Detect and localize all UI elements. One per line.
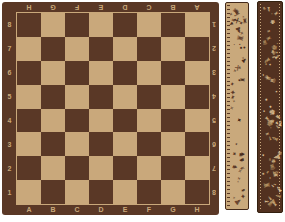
chess-pattern-glyph: ♜ xyxy=(230,93,236,99)
chess-pattern-glyph: • xyxy=(240,44,247,51)
rank-label: 6 xyxy=(2,61,17,85)
chess-pattern-glyph: • xyxy=(268,175,271,180)
file-label: F xyxy=(65,3,89,12)
chess-pattern-glyph: ♟ xyxy=(239,57,247,65)
ruler-ticks xyxy=(227,5,230,207)
square-d5[interactable] xyxy=(89,85,113,109)
chess-pattern-glyph: ✦ xyxy=(230,82,235,88)
file-labels-bottom: ABCDEFGH xyxy=(17,204,209,215)
chess-pattern-glyph: • xyxy=(272,51,278,56)
chess-pattern-glyph: ♛ xyxy=(266,201,273,208)
square-d8[interactable] xyxy=(89,13,113,37)
rank-labels-right: 87654321 xyxy=(209,13,219,204)
chess-pattern-glyph: × xyxy=(239,31,246,36)
file-label: B xyxy=(41,204,65,215)
chess-pattern-glyph: ♛ xyxy=(267,29,271,33)
chess-pattern-glyph: ♛ xyxy=(268,162,277,171)
chess-pattern-glyph: ♜ xyxy=(231,7,240,16)
square-b5[interactable] xyxy=(41,85,65,109)
square-d7[interactable] xyxy=(89,37,113,61)
chess-pattern-glyph: ♜ xyxy=(264,132,269,137)
square-e8[interactable] xyxy=(113,13,137,37)
chess-pattern-glyph: ✦ xyxy=(238,21,244,27)
square-d2[interactable] xyxy=(89,156,113,180)
chess-pattern-glyph: ♜ xyxy=(271,172,277,177)
square-a2[interactable] xyxy=(17,156,41,180)
chess-pattern-glyph: ♛ xyxy=(269,49,277,57)
chess-pattern-glyph: ✦ xyxy=(234,117,243,125)
file-label: B xyxy=(161,3,185,12)
file-label: E xyxy=(113,204,137,215)
chess-pattern-glyph: ✦ xyxy=(230,89,238,96)
chess-pattern-glyph: ♟ xyxy=(267,197,277,206)
square-g7[interactable] xyxy=(161,37,185,61)
chess-pattern-glyph: • xyxy=(232,14,237,17)
square-b1[interactable] xyxy=(41,180,65,204)
chess-pattern-glyph: • xyxy=(239,42,241,46)
chess-pattern-glyph: ♝ xyxy=(273,183,277,187)
rank-label: 5 xyxy=(2,85,17,109)
square-h7[interactable] xyxy=(185,37,209,61)
square-c6[interactable] xyxy=(65,61,89,85)
rank-label: 1 xyxy=(2,180,17,204)
square-f3[interactable] xyxy=(137,132,161,156)
chess-pattern-glyph: ♛ xyxy=(267,157,271,161)
chess-pattern-glyph: ▪ xyxy=(268,103,274,110)
square-e4[interactable] xyxy=(113,109,137,133)
chess-pattern-glyph: ♜ xyxy=(242,18,248,24)
chess-pattern-glyph: • xyxy=(237,77,242,84)
chess-pattern-glyph: ♞ xyxy=(239,167,244,171)
square-h3[interactable] xyxy=(185,132,209,156)
file-label: G xyxy=(41,3,65,12)
square-a3[interactable] xyxy=(17,132,41,156)
square-c8[interactable] xyxy=(65,13,89,37)
chess-pattern-glyph: × xyxy=(242,15,245,19)
square-g6[interactable] xyxy=(161,61,185,85)
chess-pattern-glyph: ✕ xyxy=(232,16,242,25)
chess-pattern-glyph: ▪ xyxy=(260,153,267,156)
square-e3[interactable] xyxy=(113,132,137,156)
chess-board: ABCDEFGH ABCDEFGH 87654321 87654321 xyxy=(2,2,219,215)
square-f7[interactable] xyxy=(137,37,161,61)
square-f2[interactable] xyxy=(137,156,161,180)
chess-pattern-glyph: • xyxy=(264,61,269,67)
chess-pattern-glyph: ♜ xyxy=(241,77,247,82)
chess-pattern-glyph: ♝ xyxy=(267,195,274,202)
chess-pattern-glyph: ♜ xyxy=(235,33,244,42)
chess-pattern-glyph: ▪ xyxy=(262,97,270,102)
chess-pattern-glyph: ♞ xyxy=(237,151,245,158)
rank-label: 2 xyxy=(209,37,219,61)
square-c3[interactable] xyxy=(65,132,89,156)
square-d4[interactable] xyxy=(89,109,113,133)
side-strip-dark-wood: ♝▪♛♟▪♝♚♞♝♝♛♛♝♞♚▪▪•♛♜♚••♛♚♝♝♜♞♛♛♚♝▪♝♛♛•♝♛… xyxy=(257,1,283,213)
chess-pattern-glyph: ♝ xyxy=(268,135,274,141)
chess-pattern-glyph: ♞ xyxy=(231,163,239,171)
rank-label: 2 xyxy=(2,156,17,180)
chess-pattern-glyph: ♝ xyxy=(262,55,273,66)
file-label: E xyxy=(89,3,113,12)
chess-pattern-glyph: ♜ xyxy=(230,18,235,23)
square-c5[interactable] xyxy=(65,85,89,109)
chess-pattern-glyph: ♛ xyxy=(261,38,268,45)
rank-label: 4 xyxy=(209,85,219,109)
rank-label: 8 xyxy=(2,13,17,37)
chess-pattern-glyph: × xyxy=(241,165,247,170)
chess-pattern-glyph: • xyxy=(275,41,278,45)
chess-pattern-glyph: • xyxy=(261,71,265,77)
chess-pattern-glyph: ♛ xyxy=(264,74,271,81)
file-label: F xyxy=(137,204,161,215)
square-h1[interactable] xyxy=(185,180,209,204)
chess-pattern-glyph: ▪ xyxy=(262,108,266,114)
chess-pattern-glyph: ♝ xyxy=(270,54,276,60)
chess-pattern-glyph: ✕ xyxy=(232,62,242,72)
chess-pattern-glyph: • xyxy=(234,42,236,46)
chess-pattern-glyph: • xyxy=(237,46,245,50)
chess-pattern-glyph: ♚ xyxy=(269,19,276,26)
square-g4[interactable] xyxy=(161,109,185,133)
file-labels-top: ABCDEFGH xyxy=(17,3,209,12)
chess-pattern-glyph: ♝ xyxy=(263,200,268,205)
rank-label: 3 xyxy=(2,132,17,156)
chess-pattern-glyph: ✦ xyxy=(240,192,247,200)
file-label: D xyxy=(89,204,113,215)
chess-pattern-glyph: ♞ xyxy=(274,113,282,121)
square-f5[interactable] xyxy=(137,85,161,109)
rank-labels-left: 87654321 xyxy=(2,13,17,204)
square-b7[interactable] xyxy=(41,37,65,61)
chess-pattern-glyph: ♞ xyxy=(240,157,246,162)
square-g1[interactable] xyxy=(161,180,185,204)
file-label: H xyxy=(17,3,41,12)
square-a1[interactable] xyxy=(17,180,41,204)
square-a8[interactable] xyxy=(17,13,41,37)
square-e7[interactable] xyxy=(113,37,137,61)
chess-pattern-glyph: ♚ xyxy=(267,107,277,117)
chess-pattern-glyph: ♟ xyxy=(273,153,282,161)
chess-pattern-glyph: • xyxy=(238,64,243,70)
chess-pattern-glyph: ♞ xyxy=(268,117,276,124)
board-grid xyxy=(17,13,209,204)
chess-pattern-glyph: ✦ xyxy=(239,188,245,194)
square-a6[interactable] xyxy=(17,61,41,85)
file-label: D xyxy=(113,3,137,12)
chess-pattern-glyph: + xyxy=(232,97,237,103)
rank-label: 7 xyxy=(2,37,17,61)
square-h2[interactable] xyxy=(185,156,209,180)
chess-pattern-glyph: × xyxy=(240,56,245,60)
square-a5[interactable] xyxy=(17,85,41,109)
chess-pattern-glyph: ♛ xyxy=(262,5,267,11)
rank-label: 7 xyxy=(209,156,219,180)
chess-pattern-glyph: ♝ xyxy=(270,183,275,188)
chess-pattern-glyph: + xyxy=(232,67,237,74)
chess-pattern-glyph: ▪ xyxy=(269,128,273,130)
chess-pattern-glyph: ♚ xyxy=(264,118,274,128)
square-h4[interactable] xyxy=(185,109,209,133)
rank-label: 6 xyxy=(209,132,219,156)
file-label: C xyxy=(137,3,161,12)
chess-pattern-glyph: ♜ xyxy=(263,181,272,189)
chess-pattern-glyph: ♟ xyxy=(232,197,242,207)
square-c7[interactable] xyxy=(65,37,89,61)
chess-pattern-glyph: × xyxy=(237,181,239,185)
square-b2[interactable] xyxy=(41,156,65,180)
side-strip-light-wood: ××•✦•✦+♞✦♜•♜×♞×♜••♟×✦××✕♟✦×✦✕+✕♟•♜✦♟♜♜♞•… xyxy=(225,2,249,210)
square-h8[interactable] xyxy=(185,13,209,37)
square-a7[interactable] xyxy=(17,37,41,61)
chess-pattern-glyph: ▪ xyxy=(269,61,271,67)
chess-pattern-glyph: ♜ xyxy=(266,34,273,41)
rank-label: 8 xyxy=(209,180,219,204)
square-b6[interactable] xyxy=(41,61,65,85)
chess-pattern-glyph: ✕ xyxy=(236,177,241,182)
square-f6[interactable] xyxy=(137,61,161,85)
square-e6[interactable] xyxy=(113,61,137,85)
square-f8[interactable] xyxy=(137,13,161,37)
square-h6[interactable] xyxy=(185,61,209,85)
square-e2[interactable] xyxy=(113,156,137,180)
square-b8[interactable] xyxy=(41,13,65,37)
square-g2[interactable] xyxy=(161,156,185,180)
chess-pattern-glyph: ♝ xyxy=(262,113,271,122)
chess-pattern-glyph: ✦ xyxy=(234,142,239,146)
chess-pattern-glyph: ♟ xyxy=(229,20,235,26)
dotted-edge-left xyxy=(260,4,261,210)
chess-pattern-glyph: ▪ xyxy=(274,88,278,94)
square-b3[interactable] xyxy=(41,132,65,156)
chess-pattern-glyph: ♛ xyxy=(268,77,275,84)
file-label: C xyxy=(65,204,89,215)
file-label: A xyxy=(17,204,41,215)
chess-pattern-glyph: • xyxy=(271,11,273,15)
square-d1[interactable] xyxy=(89,180,113,204)
dotted-edge-right xyxy=(279,4,280,210)
chess-pattern-glyph: × xyxy=(237,168,242,175)
square-a4[interactable] xyxy=(17,109,41,133)
chess-pattern-glyph: ♛ xyxy=(265,75,273,83)
square-g8[interactable] xyxy=(161,13,185,37)
chess-pattern-glyph: ♟ xyxy=(233,25,242,34)
square-b4[interactable] xyxy=(41,109,65,133)
rank-label: 5 xyxy=(209,109,219,133)
square-d6[interactable] xyxy=(89,61,113,85)
chess-pattern-glyph: ♝ xyxy=(271,199,279,207)
square-e1[interactable] xyxy=(113,180,137,204)
rank-label: 3 xyxy=(209,61,219,85)
chess-pattern-glyph: ▪ xyxy=(270,48,276,55)
file-label: H xyxy=(185,204,209,215)
chess-pattern-glyph: × xyxy=(229,105,234,112)
chess-pattern-glyph: ♝ xyxy=(266,5,272,12)
chess-pattern-glyph: • xyxy=(239,188,246,193)
chess-pattern-glyph: × xyxy=(233,194,236,199)
square-h5[interactable] xyxy=(185,85,209,109)
square-f1[interactable] xyxy=(137,180,161,204)
square-c2[interactable] xyxy=(65,156,89,180)
square-c1[interactable] xyxy=(65,180,89,204)
square-g5[interactable] xyxy=(161,85,185,109)
chess-pattern-glyph: ♞ xyxy=(264,170,269,175)
square-d3[interactable] xyxy=(89,132,113,156)
square-e5[interactable] xyxy=(113,85,137,109)
chess-pattern-glyph: ♚ xyxy=(271,158,276,164)
square-f4[interactable] xyxy=(137,109,161,133)
file-label: A xyxy=(185,3,209,12)
file-label: G xyxy=(161,204,185,215)
chess-pattern-glyph: ♞ xyxy=(233,18,237,21)
rank-label: 1 xyxy=(209,13,219,37)
rank-label: 4 xyxy=(2,109,17,133)
chess-pattern-glyph: ♜ xyxy=(230,6,239,15)
square-g3[interactable] xyxy=(161,132,185,156)
square-c4[interactable] xyxy=(65,109,89,133)
chess-pattern-glyph: ✦ xyxy=(231,150,239,158)
